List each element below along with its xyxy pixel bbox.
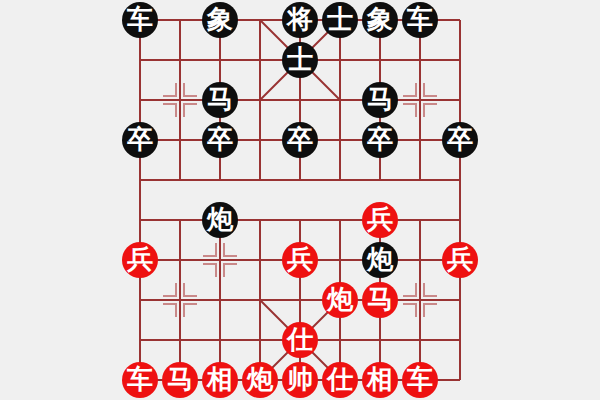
piece-black-soldier[interactable]: 卒 [202, 122, 238, 158]
marker-corner [163, 303, 177, 317]
piece-black-cannon[interactable]: 炮 [202, 202, 238, 238]
piece-red-general[interactable]: 帅 [282, 362, 318, 398]
piece-black-advisor[interactable]: 士 [282, 42, 318, 78]
empty-point-marker [163, 283, 197, 317]
marker-corner [183, 103, 197, 117]
empty-point-marker [403, 283, 437, 317]
piece-red-soldier[interactable]: 兵 [122, 242, 158, 278]
empty-point-marker [163, 83, 197, 117]
piece-red-elephant[interactable]: 相 [362, 362, 398, 398]
piece-red-soldier[interactable]: 兵 [282, 242, 318, 278]
marker-corner [423, 283, 437, 297]
marker-corner [423, 83, 437, 97]
piece-black-general[interactable]: 将 [282, 2, 318, 38]
empty-point-marker [203, 243, 237, 277]
marker-corner [423, 303, 437, 317]
piece-red-chariot[interactable]: 车 [122, 362, 158, 398]
piece-black-soldier[interactable]: 卒 [442, 122, 478, 158]
piece-black-soldier[interactable]: 卒 [122, 122, 158, 158]
marker-corner [203, 243, 217, 257]
marker-corner [183, 283, 197, 297]
piece-black-cannon[interactable]: 炮 [362, 242, 398, 278]
marker-corner [223, 263, 237, 277]
piece-red-elephant[interactable]: 相 [202, 362, 238, 398]
piece-red-cannon[interactable]: 炮 [322, 282, 358, 318]
piece-red-horse[interactable]: 马 [162, 362, 198, 398]
empty-point-marker [403, 83, 437, 117]
marker-corner [423, 103, 437, 117]
piece-red-advisor[interactable]: 仕 [282, 322, 318, 358]
marker-corner [183, 83, 197, 97]
xiangqi-board: 车象将士象车士马马卒卒卒卒卒炮炮兵兵兵兵炮马仕车马相炮帅仕相车 [0, 0, 600, 400]
piece-red-soldier[interactable]: 兵 [442, 242, 478, 278]
piece-black-elephant[interactable]: 象 [202, 2, 238, 38]
piece-black-chariot[interactable]: 车 [122, 2, 158, 38]
marker-corner [183, 303, 197, 317]
piece-black-soldier[interactable]: 卒 [282, 122, 318, 158]
piece-black-advisor[interactable]: 士 [322, 2, 358, 38]
marker-corner [403, 303, 417, 317]
piece-black-chariot[interactable]: 车 [402, 2, 438, 38]
marker-corner [223, 243, 237, 257]
marker-corner [403, 103, 417, 117]
marker-corner [403, 283, 417, 297]
piece-black-horse[interactable]: 马 [362, 82, 398, 118]
piece-black-horse[interactable]: 马 [202, 82, 238, 118]
piece-red-cannon[interactable]: 炮 [242, 362, 278, 398]
marker-corner [163, 283, 177, 297]
marker-corner [203, 263, 217, 277]
piece-red-advisor[interactable]: 仕 [322, 362, 358, 398]
marker-corner [163, 83, 177, 97]
marker-corner [403, 83, 417, 97]
piece-red-soldier[interactable]: 兵 [362, 202, 398, 238]
marker-corner [163, 103, 177, 117]
piece-red-chariot[interactable]: 车 [402, 362, 438, 398]
piece-black-soldier[interactable]: 卒 [362, 122, 398, 158]
piece-black-elephant[interactable]: 象 [362, 2, 398, 38]
piece-red-horse[interactable]: 马 [362, 282, 398, 318]
